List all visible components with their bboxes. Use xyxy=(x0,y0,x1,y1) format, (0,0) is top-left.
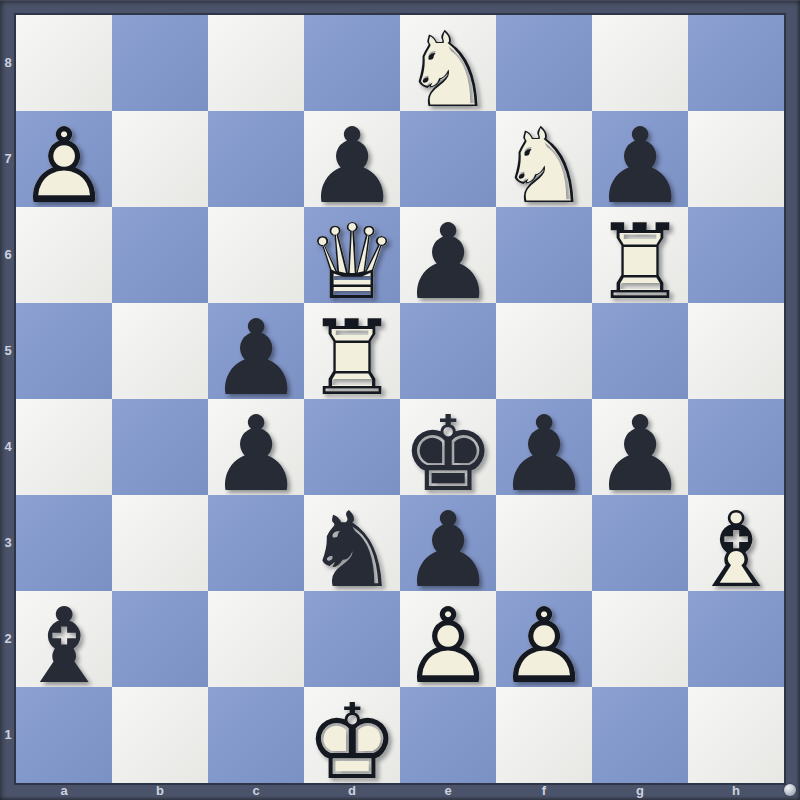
square-d1[interactable]: ♚♔ xyxy=(304,687,400,783)
square-d2[interactable] xyxy=(304,591,400,687)
piece-black-pawn[interactable]: ♟ xyxy=(496,399,592,495)
square-d5[interactable]: ♜♖ xyxy=(304,303,400,399)
square-e6[interactable]: ♟ xyxy=(400,207,496,303)
piece-glyph-fill: ♟ xyxy=(401,498,494,602)
rank-label-6: 6 xyxy=(0,207,16,303)
square-h6[interactable] xyxy=(688,207,784,303)
piece-glyph-fill: ♜ xyxy=(593,210,686,314)
square-c2[interactable] xyxy=(208,591,304,687)
square-h5[interactable] xyxy=(688,303,784,399)
square-c4[interactable]: ♟ xyxy=(208,399,304,495)
square-a5[interactable] xyxy=(16,303,112,399)
piece-glyph-fill: ♟ xyxy=(209,306,302,410)
square-e8[interactable]: ♞♘ xyxy=(400,15,496,111)
square-c8[interactable] xyxy=(208,15,304,111)
square-b8[interactable] xyxy=(112,15,208,111)
piece-white-knight[interactable]: ♞♘ xyxy=(400,15,496,111)
square-a2[interactable]: ♝ xyxy=(16,591,112,687)
square-f8[interactable] xyxy=(496,15,592,111)
piece-black-pawn[interactable]: ♟ xyxy=(400,495,496,591)
square-e5[interactable] xyxy=(400,303,496,399)
square-h7[interactable] xyxy=(688,111,784,207)
square-e1[interactable] xyxy=(400,687,496,783)
square-b5[interactable] xyxy=(112,303,208,399)
piece-black-pawn[interactable]: ♟ xyxy=(592,399,688,495)
piece-white-queen[interactable]: ♛♕ xyxy=(304,207,400,303)
piece-white-rook[interactable]: ♜♖ xyxy=(304,303,400,399)
file-labels: abcdefgh xyxy=(16,783,784,800)
piece-white-bishop[interactable]: ♝♗ xyxy=(688,495,784,591)
rank-label-7: 7 xyxy=(0,111,16,207)
piece-glyph-outline: ♕ xyxy=(305,210,398,314)
piece-white-pawn[interactable]: ♟♙ xyxy=(496,591,592,687)
piece-glyph-outline: ♙ xyxy=(401,594,494,698)
square-a4[interactable] xyxy=(16,399,112,495)
square-e2[interactable]: ♟♙ xyxy=(400,591,496,687)
rank-label-3: 3 xyxy=(0,495,16,591)
square-f3[interactable] xyxy=(496,495,592,591)
piece-black-knight[interactable]: ♞ xyxy=(304,495,400,591)
rank-labels: 87654321 xyxy=(0,15,16,783)
square-d3[interactable]: ♞ xyxy=(304,495,400,591)
square-e7[interactable] xyxy=(400,111,496,207)
rank-label-4: 4 xyxy=(0,399,16,495)
file-label-d: d xyxy=(304,783,400,800)
piece-black-pawn[interactable]: ♟ xyxy=(304,111,400,207)
file-label-e: e xyxy=(400,783,496,800)
piece-black-king[interactable]: ♚ xyxy=(400,399,496,495)
square-c1[interactable] xyxy=(208,687,304,783)
piece-glyph-fill: ♝ xyxy=(17,594,110,698)
square-f2[interactable]: ♟♙ xyxy=(496,591,592,687)
piece-glyph-fill: ♟ xyxy=(17,114,110,218)
piece-black-pawn[interactable]: ♟ xyxy=(400,207,496,303)
piece-black-pawn[interactable]: ♟ xyxy=(592,111,688,207)
chess-board: ♞♘♟♙♟♞♘♟♛♕♟♜♖♟♜♖♟♚♟♟♞♟♝♗♝♟♙♟♙♚♔ xyxy=(16,15,784,783)
square-a6[interactable] xyxy=(16,207,112,303)
rank-label-1: 1 xyxy=(0,687,16,783)
square-g6[interactable]: ♜♖ xyxy=(592,207,688,303)
square-f7[interactable]: ♞♘ xyxy=(496,111,592,207)
piece-glyph-fill: ♝ xyxy=(689,498,782,602)
piece-glyph-fill: ♟ xyxy=(497,594,590,698)
piece-glyph-fill: ♟ xyxy=(209,402,302,506)
square-c6[interactable] xyxy=(208,207,304,303)
square-d7[interactable]: ♟ xyxy=(304,111,400,207)
file-label-g: g xyxy=(592,783,688,800)
piece-glyph-fill: ♟ xyxy=(593,114,686,218)
square-f1[interactable] xyxy=(496,687,592,783)
piece-white-rook[interactable]: ♜♖ xyxy=(592,207,688,303)
square-b2[interactable] xyxy=(112,591,208,687)
square-a3[interactable] xyxy=(16,495,112,591)
square-c7[interactable] xyxy=(208,111,304,207)
piece-glyph-fill: ♞ xyxy=(305,498,398,602)
square-f4[interactable]: ♟ xyxy=(496,399,592,495)
square-a8[interactable] xyxy=(16,15,112,111)
piece-glyph-fill: ♜ xyxy=(305,306,398,410)
piece-glyph-outline: ♘ xyxy=(497,114,590,218)
square-d8[interactable] xyxy=(304,15,400,111)
chess-board-frame: 87654321 ♞♘♟♙♟♞♘♟♛♕♟♜♖♟♜♖♟♚♟♟♞♟♝♗♝♟♙♟♙♚♔… xyxy=(0,0,800,800)
piece-glyph-outline: ♙ xyxy=(17,114,110,218)
square-a1[interactable] xyxy=(16,687,112,783)
piece-black-pawn[interactable]: ♟ xyxy=(208,303,304,399)
piece-black-pawn[interactable]: ♟ xyxy=(208,399,304,495)
piece-glyph-fill: ♟ xyxy=(401,210,494,314)
file-label-h: h xyxy=(688,783,784,800)
square-h3[interactable]: ♝♗ xyxy=(688,495,784,591)
square-b1[interactable] xyxy=(112,687,208,783)
rank-label-5: 5 xyxy=(0,303,16,399)
square-g1[interactable] xyxy=(592,687,688,783)
piece-glyph-outline: ♗ xyxy=(689,498,782,602)
piece-glyph-fill: ♞ xyxy=(497,114,590,218)
square-g8[interactable] xyxy=(592,15,688,111)
piece-white-knight[interactable]: ♞♘ xyxy=(496,111,592,207)
square-b7[interactable] xyxy=(112,111,208,207)
square-c5[interactable]: ♟ xyxy=(208,303,304,399)
square-d6[interactable]: ♛♕ xyxy=(304,207,400,303)
square-h1[interactable] xyxy=(688,687,784,783)
square-c3[interactable] xyxy=(208,495,304,591)
square-g2[interactable] xyxy=(592,591,688,687)
side-to-move-indicator xyxy=(784,784,796,796)
piece-glyph-fill: ♞ xyxy=(401,18,494,122)
piece-glyph-fill: ♟ xyxy=(497,402,590,506)
piece-glyph-outline: ♙ xyxy=(497,594,590,698)
square-a7[interactable]: ♟♙ xyxy=(16,111,112,207)
square-h4[interactable] xyxy=(688,399,784,495)
square-g5[interactable] xyxy=(592,303,688,399)
square-b3[interactable] xyxy=(112,495,208,591)
piece-glyph-fill: ♚ xyxy=(305,690,398,794)
piece-white-king[interactable]: ♚♔ xyxy=(304,687,400,783)
piece-glyph-fill: ♟ xyxy=(305,114,398,218)
piece-glyph-outline: ♖ xyxy=(305,306,398,410)
file-label-f: f xyxy=(496,783,592,800)
rank-label-2: 2 xyxy=(0,591,16,687)
square-h2[interactable] xyxy=(688,591,784,687)
square-f5[interactable] xyxy=(496,303,592,399)
square-g3[interactable] xyxy=(592,495,688,591)
square-b6[interactable] xyxy=(112,207,208,303)
piece-glyph-outline: ♘ xyxy=(401,18,494,122)
file-label-a: a xyxy=(16,783,112,800)
piece-glyph-fill: ♛ xyxy=(305,210,398,314)
piece-glyph-fill: ♟ xyxy=(593,402,686,506)
square-e3[interactable]: ♟ xyxy=(400,495,496,591)
square-f6[interactable] xyxy=(496,207,592,303)
rank-label-8: 8 xyxy=(0,15,16,111)
piece-glyph-outline: ♖ xyxy=(593,210,686,314)
piece-glyph-fill: ♟ xyxy=(401,594,494,698)
piece-black-bishop[interactable]: ♝ xyxy=(16,591,112,687)
square-d4[interactable] xyxy=(304,399,400,495)
piece-white-pawn[interactable]: ♟♙ xyxy=(400,591,496,687)
piece-glyph-fill: ♚ xyxy=(401,402,494,506)
square-g7[interactable]: ♟ xyxy=(592,111,688,207)
square-e4[interactable]: ♚ xyxy=(400,399,496,495)
piece-white-pawn[interactable]: ♟♙ xyxy=(16,111,112,207)
square-h8[interactable] xyxy=(688,15,784,111)
file-label-c: c xyxy=(208,783,304,800)
piece-glyph-outline: ♔ xyxy=(305,690,398,794)
square-g4[interactable]: ♟ xyxy=(592,399,688,495)
file-label-b: b xyxy=(112,783,208,800)
square-b4[interactable] xyxy=(112,399,208,495)
